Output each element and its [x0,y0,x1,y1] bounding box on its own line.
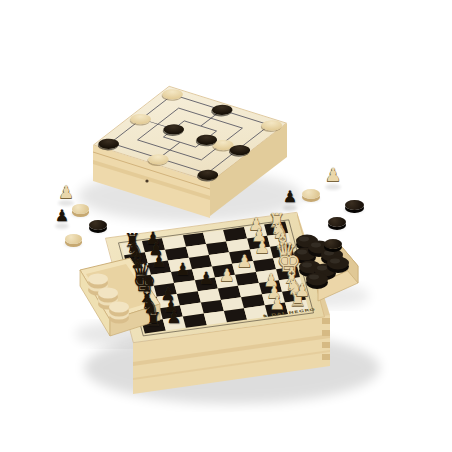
drawer-checker [330,259,340,264]
drawer-checker [98,288,118,299]
product-photo-scene: ♞ DAL NEGRO ♜♟♟♜♞♟♟♞♝♟♟♝♛♟♟♛♚♟♟♚♝♟♟♝♞♟♟♞… [0,0,452,452]
drawer-checker [324,251,334,256]
drawer-checker [299,237,309,242]
drawer-checker [327,257,349,270]
drawer-checker [306,273,328,286]
drawer-checker [317,266,327,271]
drawer-checker [302,263,312,268]
drawer-checker [88,274,108,285]
drawer-checker [109,302,129,313]
drawer-checker [309,275,319,280]
right-drawer [294,235,358,302]
drawer-checker [297,250,307,255]
left-drawer [80,258,160,336]
drawers-layer [0,0,452,452]
drawer-checker [311,243,321,248]
